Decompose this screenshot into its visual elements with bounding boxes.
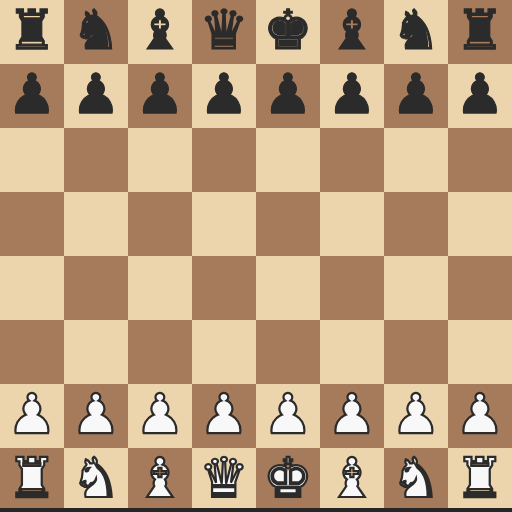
piece-white-rook[interactable]: ♜: [455, 446, 504, 510]
square-a6[interactable]: [0, 128, 64, 192]
piece-black-pawn[interactable]: ♟: [263, 62, 312, 126]
square-h2[interactable]: ♟: [448, 384, 512, 448]
square-g5[interactable]: [384, 192, 448, 256]
square-g1[interactable]: ♞: [384, 448, 448, 512]
square-c2[interactable]: ♟: [128, 384, 192, 448]
piece-black-pawn[interactable]: ♟: [71, 62, 120, 126]
piece-white-knight[interactable]: ♞: [71, 446, 120, 510]
piece-white-pawn[interactable]: ♟: [199, 382, 248, 446]
piece-black-bishop[interactable]: ♝: [135, 0, 184, 62]
square-a2[interactable]: ♟: [0, 384, 64, 448]
square-c6[interactable]: [128, 128, 192, 192]
square-c4[interactable]: [128, 256, 192, 320]
piece-black-pawn[interactable]: ♟: [455, 62, 504, 126]
square-d8[interactable]: ♛: [192, 0, 256, 64]
square-e5[interactable]: [256, 192, 320, 256]
square-h5[interactable]: [448, 192, 512, 256]
square-c1[interactable]: ♝: [128, 448, 192, 512]
piece-white-pawn[interactable]: ♟: [135, 382, 184, 446]
square-d7[interactable]: ♟: [192, 64, 256, 128]
square-h3[interactable]: [448, 320, 512, 384]
square-e7[interactable]: ♟: [256, 64, 320, 128]
piece-white-pawn[interactable]: ♟: [71, 382, 120, 446]
chess-board: ♜♞♝♛♚♝♞♜♟♟♟♟♟♟♟♟♟♟♟♟♟♟♟♟♜♞♝♛♚♝♞♜: [0, 0, 512, 512]
piece-white-pawn[interactable]: ♟: [7, 382, 56, 446]
piece-black-pawn[interactable]: ♟: [327, 62, 376, 126]
square-e8[interactable]: ♚: [256, 0, 320, 64]
piece-white-pawn[interactable]: ♟: [455, 382, 504, 446]
square-h4[interactable]: [448, 256, 512, 320]
square-f3[interactable]: [320, 320, 384, 384]
square-g8[interactable]: ♞: [384, 0, 448, 64]
square-f6[interactable]: [320, 128, 384, 192]
square-b6[interactable]: [64, 128, 128, 192]
piece-white-rook[interactable]: ♜: [7, 446, 56, 510]
square-h1[interactable]: ♜: [448, 448, 512, 512]
square-g2[interactable]: ♟: [384, 384, 448, 448]
square-f4[interactable]: [320, 256, 384, 320]
square-b5[interactable]: [64, 192, 128, 256]
chess-app-window: ♜♞♝♛♚♝♞♜♟♟♟♟♟♟♟♟♟♟♟♟♟♟♟♟♜♞♝♛♚♝♞♜: [0, 0, 512, 512]
piece-white-bishop[interactable]: ♝: [135, 446, 184, 510]
square-a5[interactable]: [0, 192, 64, 256]
piece-white-bishop[interactable]: ♝: [327, 446, 376, 510]
square-a4[interactable]: [0, 256, 64, 320]
square-b1[interactable]: ♞: [64, 448, 128, 512]
square-g6[interactable]: [384, 128, 448, 192]
piece-black-queen[interactable]: ♛: [199, 0, 248, 62]
piece-black-bishop[interactable]: ♝: [327, 0, 376, 62]
square-d5[interactable]: [192, 192, 256, 256]
square-a3[interactable]: [0, 320, 64, 384]
square-f2[interactable]: ♟: [320, 384, 384, 448]
piece-black-king[interactable]: ♚: [263, 0, 312, 62]
square-g4[interactable]: [384, 256, 448, 320]
piece-white-pawn[interactable]: ♟: [391, 382, 440, 446]
square-f8[interactable]: ♝: [320, 0, 384, 64]
square-d3[interactable]: [192, 320, 256, 384]
square-e6[interactable]: [256, 128, 320, 192]
square-f1[interactable]: ♝: [320, 448, 384, 512]
square-d6[interactable]: [192, 128, 256, 192]
piece-white-queen[interactable]: ♛: [199, 446, 248, 510]
piece-white-king[interactable]: ♚: [263, 446, 312, 510]
square-e4[interactable]: [256, 256, 320, 320]
square-a7[interactable]: ♟: [0, 64, 64, 128]
square-c8[interactable]: ♝: [128, 0, 192, 64]
piece-black-pawn[interactable]: ♟: [199, 62, 248, 126]
square-b8[interactable]: ♞: [64, 0, 128, 64]
square-g7[interactable]: ♟: [384, 64, 448, 128]
square-b7[interactable]: ♟: [64, 64, 128, 128]
square-h7[interactable]: ♟: [448, 64, 512, 128]
piece-black-pawn[interactable]: ♟: [7, 62, 56, 126]
square-f7[interactable]: ♟: [320, 64, 384, 128]
square-d1[interactable]: ♛: [192, 448, 256, 512]
square-d2[interactable]: ♟: [192, 384, 256, 448]
square-b3[interactable]: [64, 320, 128, 384]
square-a8[interactable]: ♜: [0, 0, 64, 64]
square-g3[interactable]: [384, 320, 448, 384]
square-e1[interactable]: ♚: [256, 448, 320, 512]
square-b2[interactable]: ♟: [64, 384, 128, 448]
square-a1[interactable]: ♜: [0, 448, 64, 512]
piece-white-pawn[interactable]: ♟: [327, 382, 376, 446]
square-c7[interactable]: ♟: [128, 64, 192, 128]
piece-black-knight[interactable]: ♞: [71, 0, 120, 62]
square-d4[interactable]: [192, 256, 256, 320]
square-h8[interactable]: ♜: [448, 0, 512, 64]
square-e3[interactable]: [256, 320, 320, 384]
square-b4[interactable]: [64, 256, 128, 320]
piece-black-pawn[interactable]: ♟: [391, 62, 440, 126]
square-h6[interactable]: [448, 128, 512, 192]
piece-white-pawn[interactable]: ♟: [263, 382, 312, 446]
piece-black-rook[interactable]: ♜: [7, 0, 56, 62]
piece-black-knight[interactable]: ♞: [391, 0, 440, 62]
square-c5[interactable]: [128, 192, 192, 256]
square-f5[interactable]: [320, 192, 384, 256]
piece-black-rook[interactable]: ♜: [455, 0, 504, 62]
square-c3[interactable]: [128, 320, 192, 384]
piece-white-knight[interactable]: ♞: [391, 446, 440, 510]
piece-black-pawn[interactable]: ♟: [135, 62, 184, 126]
bottom-edge-bar: [0, 508, 512, 512]
square-e2[interactable]: ♟: [256, 384, 320, 448]
